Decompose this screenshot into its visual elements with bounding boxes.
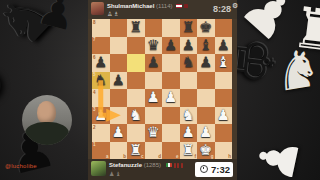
square-e1[interactable]: e — [162, 142, 180, 160]
black-king[interactable]: ♚ — [197, 19, 215, 37]
square-f4[interactable] — [180, 89, 198, 107]
black-knight[interactable]: ♞ — [92, 72, 110, 90]
square-b2[interactable]: ♟ — [110, 124, 128, 142]
square-c4[interactable] — [127, 89, 145, 107]
square-f1[interactable]: f♜ — [180, 142, 198, 160]
square-b4[interactable] — [110, 89, 128, 107]
white-bishop[interactable]: ♝ — [215, 54, 233, 72]
player-rating: (1285) — [144, 162, 161, 168]
square-g1[interactable]: g♚ — [197, 142, 215, 160]
square-e7[interactable]: ♟ — [162, 37, 180, 55]
square-c7[interactable] — [127, 37, 145, 55]
square-c2[interactable] — [127, 124, 145, 142]
social-handle: @lucholibe — [5, 163, 37, 169]
square-a6[interactable]: 6♟ — [92, 54, 110, 72]
gear-icon[interactable]: ⚙ — [232, 2, 238, 10]
square-e4[interactable]: ♟ — [162, 89, 180, 107]
black-rook[interactable]: ♜ — [127, 19, 145, 37]
stream-frame: ♞♟●♟♟♜♚♞♟ ShulmanMichael (1114) ♙♗ 8:28 … — [0, 0, 320, 180]
streak-icon — [174, 163, 176, 168]
square-h5[interactable] — [215, 72, 233, 90]
square-a2[interactable]: 2 — [92, 124, 110, 142]
square-h7[interactable]: ♟ — [215, 37, 233, 55]
square-f3[interactable]: ♞ — [180, 107, 198, 125]
player-badges — [166, 163, 183, 168]
black-pawn-topleft-icon: ♟ — [33, 0, 80, 38]
rank-label: 7 — [93, 37, 96, 42]
streamer-face — [37, 101, 56, 124]
square-d4[interactable]: ♟ — [145, 89, 163, 107]
square-c5[interactable] — [127, 72, 145, 90]
square-g4[interactable] — [197, 89, 215, 107]
square-c8[interactable]: ♜ — [127, 19, 145, 37]
badge-icon — [184, 4, 188, 8]
rank-label: 1 — [93, 142, 96, 147]
opponent-clock: 8:28 — [213, 4, 231, 14]
square-h1[interactable]: h — [215, 142, 233, 160]
player-avatar[interactable] — [91, 161, 106, 176]
square-b3[interactable] — [110, 107, 128, 125]
square-a5[interactable]: 5♞ — [92, 72, 110, 90]
file-label: e — [176, 154, 179, 159]
square-a8[interactable]: 8 — [92, 19, 110, 37]
opponent-rating: (1114) — [156, 3, 172, 9]
white-pawn[interactable]: ♟ — [92, 107, 110, 125]
white-pawn[interactable]: ♟ — [197, 124, 215, 142]
square-f5[interactable] — [180, 72, 198, 90]
file-label: b — [123, 154, 126, 159]
square-d8[interactable] — [145, 19, 163, 37]
white-pawn[interactable]: ♟ — [162, 89, 180, 107]
white-queen[interactable]: ♛ — [145, 124, 163, 142]
square-b1[interactable]: b — [110, 142, 128, 160]
square-d5[interactable] — [145, 72, 163, 90]
white-piece-bottomright-icon: ♟ — [249, 132, 307, 180]
captured-pieces: ♙♗ — [107, 10, 120, 17]
square-c6[interactable] — [127, 54, 145, 72]
black-pawn[interactable]: ♟ — [110, 72, 128, 90]
square-g6[interactable]: ♟ — [197, 54, 215, 72]
black-pawn[interactable]: ♟ — [92, 54, 110, 72]
captured-pieces: ♟♝ — [109, 170, 122, 177]
square-f2[interactable]: ♟ — [180, 124, 198, 142]
square-a7[interactable]: 7 — [92, 37, 110, 55]
square-g8[interactable]: ♚ — [197, 19, 215, 37]
square-e3[interactable] — [162, 107, 180, 125]
webcam-overlay — [22, 95, 72, 145]
square-g5[interactable] — [197, 72, 215, 90]
black-rook[interactable]: ♜ — [180, 19, 198, 37]
square-c1[interactable]: c♜ — [127, 142, 145, 160]
square-g3[interactable] — [197, 107, 215, 125]
file-label: a — [106, 154, 109, 159]
square-h4[interactable] — [215, 89, 233, 107]
player-clock: 7:32 — [211, 164, 230, 175]
square-e5[interactable] — [162, 72, 180, 90]
player-clock-active: 7:32 — [195, 162, 233, 177]
square-e8[interactable] — [162, 19, 180, 37]
black-pawn[interactable]: ♟ — [180, 37, 198, 55]
black-pawn[interactable]: ♟ — [215, 37, 233, 55]
white-knight[interactable]: ♞ — [127, 107, 145, 125]
opponent-name[interactable]: ShulmanMichael (1114) — [107, 3, 172, 9]
opponent-badges — [176, 4, 188, 8]
white-rook[interactable]: ♜ — [127, 142, 145, 160]
square-g2[interactable]: ♟ — [197, 124, 215, 142]
clock-icon — [200, 165, 208, 173]
square-d6[interactable]: ♟ — [145, 54, 163, 72]
rank-label: 2 — [93, 125, 96, 130]
chess-board[interactable]: 8♜♜♚7♛♟♟♝♟6♟♟♞♟♝5♞♟4♟♟3♟♞♞♟2♟♛♟♟1abc♜def… — [92, 19, 232, 159]
white-rook[interactable]: ♜ — [180, 142, 198, 160]
square-b8[interactable] — [110, 19, 128, 37]
game-panel: ShulmanMichael (1114) ♙♗ 8:28 8♜♜♚7♛♟♟♝♟… — [88, 0, 237, 180]
black-piece-left-edge-icon: ● — [0, 44, 8, 116]
square-e6[interactable] — [162, 54, 180, 72]
square-h8[interactable] — [215, 19, 233, 37]
flag-icon — [176, 4, 182, 8]
square-a3[interactable]: 3♟ — [92, 107, 110, 125]
white-pawn[interactable]: ♟ — [110, 124, 128, 142]
white-pawn[interactable]: ♟ — [180, 124, 198, 142]
black-pawn[interactable]: ♟ — [197, 54, 215, 72]
opponent-avatar[interactable] — [91, 2, 104, 15]
square-d1[interactable]: d — [145, 142, 163, 160]
italy-flag-icon — [166, 163, 172, 167]
square-h6[interactable]: ♝ — [215, 54, 233, 72]
rank-label: 8 — [93, 20, 96, 25]
square-f7[interactable]: ♟ — [180, 37, 198, 55]
black-pawn[interactable]: ♟ — [162, 37, 180, 55]
square-f6[interactable]: ♞ — [180, 54, 198, 72]
square-e2[interactable] — [162, 124, 180, 142]
square-c3[interactable]: ♞ — [127, 107, 145, 125]
square-f8[interactable]: ♜ — [180, 19, 198, 37]
player-bar: Stefanuzzle (1285) ♟♝ 7:32 — [88, 159, 237, 180]
white-king[interactable]: ♚ — [197, 142, 215, 160]
square-d7[interactable]: ♛ — [145, 37, 163, 55]
file-label: d — [158, 154, 161, 159]
streak-icon — [177, 163, 179, 168]
white-knight[interactable]: ♞ — [180, 107, 198, 125]
black-queen[interactable]: ♛ — [145, 37, 163, 55]
white-pawn[interactable]: ♟ — [215, 107, 233, 125]
streak-icon — [181, 163, 183, 168]
square-b7[interactable] — [110, 37, 128, 55]
white-pawn[interactable]: ♟ — [145, 89, 163, 107]
black-pawn[interactable]: ♟ — [145, 54, 163, 72]
square-h3[interactable]: ♟ — [215, 107, 233, 125]
square-a4[interactable]: 4 — [92, 89, 110, 107]
square-b6[interactable] — [110, 54, 128, 72]
file-label: h — [228, 154, 231, 159]
opponent-bar: ShulmanMichael (1114) ♙♗ 8:28 — [88, 0, 237, 19]
square-a1[interactable]: 1a — [92, 142, 110, 160]
square-b5[interactable]: ♟ — [110, 72, 128, 90]
square-g7[interactable]: ♝ — [197, 37, 215, 55]
square-h2[interactable] — [215, 124, 233, 142]
square-d2[interactable]: ♛ — [145, 124, 163, 142]
square-d3[interactable] — [145, 107, 163, 125]
rank-label: 4 — [93, 90, 96, 95]
black-knight[interactable]: ♞ — [180, 54, 198, 72]
player-name[interactable]: Stefanuzzle (1285) — [109, 162, 161, 168]
black-bishop[interactable]: ♝ — [197, 37, 215, 55]
white-knight-right-icon: ♞ — [270, 41, 320, 100]
